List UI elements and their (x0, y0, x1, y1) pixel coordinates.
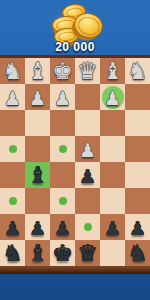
square-d8[interactable]: ♛ (75, 240, 100, 266)
legal-move-dot[interactable] (59, 145, 67, 153)
square-e7[interactable]: ♟ (50, 214, 75, 240)
coin-balance: 20 000 (0, 40, 150, 54)
white-pawn[interactable]: ♟ (0, 87, 25, 110)
black-pawn[interactable]: ♟ (50, 217, 75, 240)
square-b7[interactable]: ♟ (125, 214, 150, 240)
square-f4[interactable] (25, 136, 50, 162)
square-e8[interactable]: ♚ (50, 240, 75, 266)
square-d5[interactable]: ♟ (75, 162, 100, 188)
square-c5[interactable] (100, 162, 125, 188)
square-e1[interactable]: ♚ (50, 58, 75, 84)
square-d3[interactable] (75, 110, 100, 136)
square-c8[interactable] (100, 240, 125, 266)
black-king[interactable]: ♚ (50, 241, 75, 266)
square-e5[interactable] (50, 162, 75, 188)
square-b8[interactable]: ♞ (125, 240, 150, 266)
square-g8[interactable]: ♞ (0, 240, 25, 266)
square-f2[interactable]: ♟ (25, 84, 50, 110)
white-king[interactable]: ♚ (50, 59, 75, 84)
square-e4[interactable] (50, 136, 75, 162)
black-pawn[interactable]: ♟ (125, 217, 150, 240)
square-g1[interactable]: ♞ (0, 58, 25, 84)
square-g2[interactable]: ♟ (0, 84, 25, 110)
square-f8[interactable]: ♝ (25, 240, 50, 266)
white-knight[interactable]: ♞ (125, 59, 150, 84)
square-e6[interactable] (50, 188, 75, 214)
square-b5[interactable] (125, 162, 150, 188)
square-c2[interactable]: ♟ (100, 84, 125, 110)
square-d6[interactable] (75, 188, 100, 214)
square-g4[interactable] (0, 136, 25, 162)
legal-move-dot[interactable] (9, 197, 17, 205)
square-b3[interactable] (125, 110, 150, 136)
square-e2[interactable]: ♟ (50, 84, 75, 110)
white-knight[interactable]: ♞ (0, 59, 25, 84)
square-d7[interactable] (75, 214, 100, 240)
black-knight[interactable]: ♞ (125, 241, 150, 266)
black-bishop[interactable]: ♝ (25, 163, 50, 188)
square-f3[interactable] (25, 110, 50, 136)
square-b6[interactable] (125, 188, 150, 214)
square-g5[interactable] (0, 162, 25, 188)
square-g3[interactable] (0, 110, 25, 136)
legal-move-dot[interactable] (59, 197, 67, 205)
square-g7[interactable]: ♟ (0, 214, 25, 240)
square-d1[interactable]: ♛ (75, 58, 100, 84)
black-knight[interactable]: ♞ (0, 241, 25, 266)
square-c6[interactable] (100, 188, 125, 214)
black-pawn[interactable]: ♟ (25, 217, 50, 240)
white-pawn[interactable]: ♟ (75, 139, 100, 162)
black-pawn[interactable]: ♟ (75, 165, 100, 188)
legal-move-dot[interactable] (9, 145, 17, 153)
white-pawn[interactable]: ♟ (50, 87, 75, 110)
legal-move-dot[interactable] (84, 223, 92, 231)
black-pawn[interactable]: ♟ (100, 217, 125, 240)
chess-board: ♞♝♚♛♝♞♟♟♟♟♟♝♟♟♟♟♟♟♞♝♚♛♞ (0, 58, 150, 266)
square-c3[interactable] (100, 110, 125, 136)
square-f1[interactable]: ♝ (25, 58, 50, 84)
square-b1[interactable]: ♞ (125, 58, 150, 84)
white-pawn[interactable]: ♟ (25, 87, 50, 110)
black-queen[interactable]: ♛ (75, 241, 100, 266)
square-f5[interactable]: ♝ (25, 162, 50, 188)
square-g6[interactable] (0, 188, 25, 214)
black-pawn[interactable]: ♟ (0, 217, 25, 240)
square-f7[interactable]: ♟ (25, 214, 50, 240)
square-b4[interactable] (125, 136, 150, 162)
square-b2[interactable] (125, 84, 150, 110)
square-d2[interactable] (75, 84, 100, 110)
white-bishop[interactable]: ♝ (25, 59, 50, 84)
white-queen[interactable]: ♛ (75, 59, 100, 84)
white-pawn[interactable]: ♟ (100, 87, 125, 110)
app-screen: 20 000 ♞♝♚♛♝♞♟♟♟♟♟♝♟♟♟♟♟♟♞♝♚♛♞ (0, 0, 150, 300)
square-f6[interactable] (25, 188, 50, 214)
square-c4[interactable] (100, 136, 125, 162)
square-d4[interactable]: ♟ (75, 136, 100, 162)
square-e3[interactable] (50, 110, 75, 136)
board-bottom-edge (0, 266, 150, 274)
square-c7[interactable]: ♟ (100, 214, 125, 240)
white-bishop[interactable]: ♝ (100, 59, 125, 84)
black-bishop[interactable]: ♝ (25, 241, 50, 266)
square-c1[interactable]: ♝ (100, 58, 125, 84)
